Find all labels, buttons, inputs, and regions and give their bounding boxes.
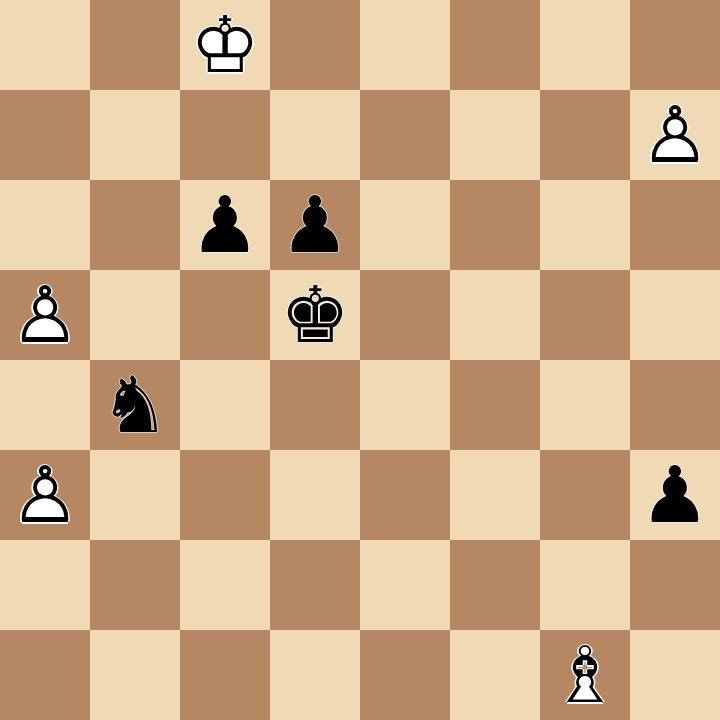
white-pawn-outline: ♙ (630, 90, 720, 180)
square-b1[interactable] (90, 630, 180, 720)
square-e4[interactable] (360, 360, 450, 450)
square-h1[interactable] (630, 630, 720, 720)
chess-board: ♚♔♟♙♟♟♟♙♚♞♟♙♟♝♗ (0, 0, 720, 720)
square-g7[interactable] (540, 90, 630, 180)
square-h2[interactable] (630, 540, 720, 630)
white-pawn[interactable]: ♟♙ (0, 270, 90, 360)
square-g4[interactable] (540, 360, 630, 450)
square-d5[interactable]: ♚ (270, 270, 360, 360)
square-b8[interactable] (90, 0, 180, 90)
square-c2[interactable] (180, 540, 270, 630)
square-c5[interactable] (180, 270, 270, 360)
square-a3[interactable]: ♟♙ (0, 450, 90, 540)
black-pawn[interactable]: ♟ (180, 180, 270, 270)
black-pawn-glyph: ♟ (630, 450, 720, 540)
square-d4[interactable] (270, 360, 360, 450)
square-g8[interactable] (540, 0, 630, 90)
black-pawn[interactable]: ♟ (630, 450, 720, 540)
square-a2[interactable] (0, 540, 90, 630)
square-h5[interactable] (630, 270, 720, 360)
white-pawn[interactable]: ♟♙ (630, 90, 720, 180)
square-d8[interactable] (270, 0, 360, 90)
square-h6[interactable] (630, 180, 720, 270)
square-e1[interactable] (360, 630, 450, 720)
square-g5[interactable] (540, 270, 630, 360)
square-h8[interactable] (630, 0, 720, 90)
square-f6[interactable] (450, 180, 540, 270)
square-b4[interactable]: ♞ (90, 360, 180, 450)
square-h7[interactable]: ♟♙ (630, 90, 720, 180)
square-f4[interactable] (450, 360, 540, 450)
square-e7[interactable] (360, 90, 450, 180)
square-f5[interactable] (450, 270, 540, 360)
square-c7[interactable] (180, 90, 270, 180)
square-a8[interactable] (0, 0, 90, 90)
square-c8[interactable]: ♚♔ (180, 0, 270, 90)
square-c6[interactable]: ♟ (180, 180, 270, 270)
square-b2[interactable] (90, 540, 180, 630)
square-f1[interactable] (450, 630, 540, 720)
square-e2[interactable] (360, 540, 450, 630)
square-a6[interactable] (0, 180, 90, 270)
square-a1[interactable] (0, 630, 90, 720)
square-f3[interactable] (450, 450, 540, 540)
square-b6[interactable] (90, 180, 180, 270)
white-bishop[interactable]: ♝♗ (540, 630, 630, 720)
square-e8[interactable] (360, 0, 450, 90)
white-pawn[interactable]: ♟♙ (0, 450, 90, 540)
square-a7[interactable] (0, 90, 90, 180)
square-c3[interactable] (180, 450, 270, 540)
square-d7[interactable] (270, 90, 360, 180)
square-a4[interactable] (0, 360, 90, 450)
square-a5[interactable]: ♟♙ (0, 270, 90, 360)
square-e5[interactable] (360, 270, 450, 360)
square-h3[interactable]: ♟ (630, 450, 720, 540)
white-pawn-outline: ♙ (0, 270, 90, 360)
square-f8[interactable] (450, 0, 540, 90)
white-king-outline: ♔ (180, 0, 270, 90)
square-f2[interactable] (450, 540, 540, 630)
black-pawn[interactable]: ♟ (270, 180, 360, 270)
square-b3[interactable] (90, 450, 180, 540)
white-pawn-outline: ♙ (0, 450, 90, 540)
square-c1[interactable] (180, 630, 270, 720)
square-g2[interactable] (540, 540, 630, 630)
square-b7[interactable] (90, 90, 180, 180)
square-d2[interactable] (270, 540, 360, 630)
black-pawn-glyph: ♟ (180, 180, 270, 270)
white-bishop-outline: ♗ (540, 630, 630, 720)
square-e3[interactable] (360, 450, 450, 540)
square-h4[interactable] (630, 360, 720, 450)
black-king-glyph: ♚ (270, 270, 360, 360)
square-g1[interactable]: ♝♗ (540, 630, 630, 720)
square-d1[interactable] (270, 630, 360, 720)
white-king[interactable]: ♚♔ (180, 0, 270, 90)
square-g3[interactable] (540, 450, 630, 540)
square-d6[interactable]: ♟ (270, 180, 360, 270)
square-e6[interactable] (360, 180, 450, 270)
black-knight-glyph: ♞ (90, 360, 180, 450)
black-pawn-glyph: ♟ (270, 180, 360, 270)
square-d3[interactable] (270, 450, 360, 540)
black-king[interactable]: ♚ (270, 270, 360, 360)
black-knight[interactable]: ♞ (90, 360, 180, 450)
square-g6[interactable] (540, 180, 630, 270)
square-c4[interactable] (180, 360, 270, 450)
square-f7[interactable] (450, 90, 540, 180)
square-b5[interactable] (90, 270, 180, 360)
